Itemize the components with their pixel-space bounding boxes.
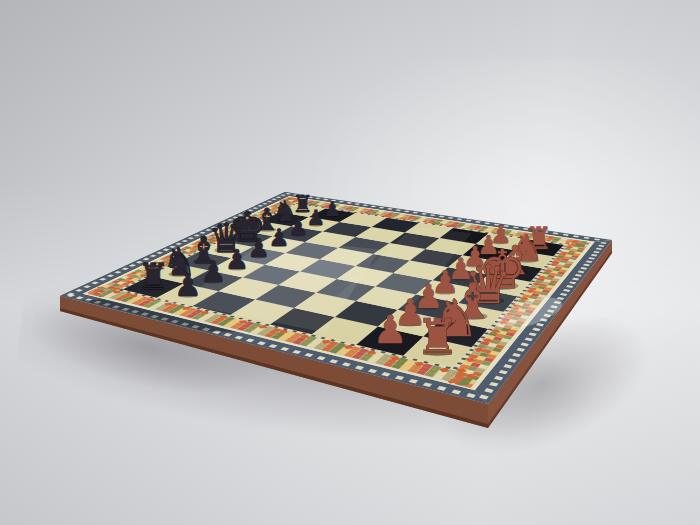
photo-backdrop: ♜♟♞♟♝♟♚♟♟♜♛♟♟♞♝♟♟♝♞♟♟♚♜♟♟♛♟♝♟♞♟♜	[0, 0, 700, 525]
piece-black-pawn-b7: ♟	[200, 255, 226, 289]
piece-black-pawn-g7: ♟	[306, 205, 325, 230]
piece-black-pawn-d7: ♟	[247, 233, 270, 263]
piece-red-rook-a1: ♜	[416, 309, 460, 366]
piece-black-pawn-c7: ♟	[225, 244, 249, 275]
piece-black-pawn-a7: ♟	[174, 267, 202, 303]
piece-red-pawn-a2: ♟	[373, 307, 408, 352]
piece-black-pawn-e7: ♟	[268, 224, 290, 252]
piece-black-pawn-f7: ♟	[288, 214, 308, 240]
piece-black-rook-a8: ♜	[137, 256, 169, 297]
piece-black-pawn-h7: ♟	[323, 197, 341, 221]
chessboard-photo: ♜♟♞♟♝♟♚♟♟♜♛♟♟♞♝♟♟♝♞♟♟♚♜♟♟♛♟♝♟♞♟♜	[0, 0, 700, 525]
